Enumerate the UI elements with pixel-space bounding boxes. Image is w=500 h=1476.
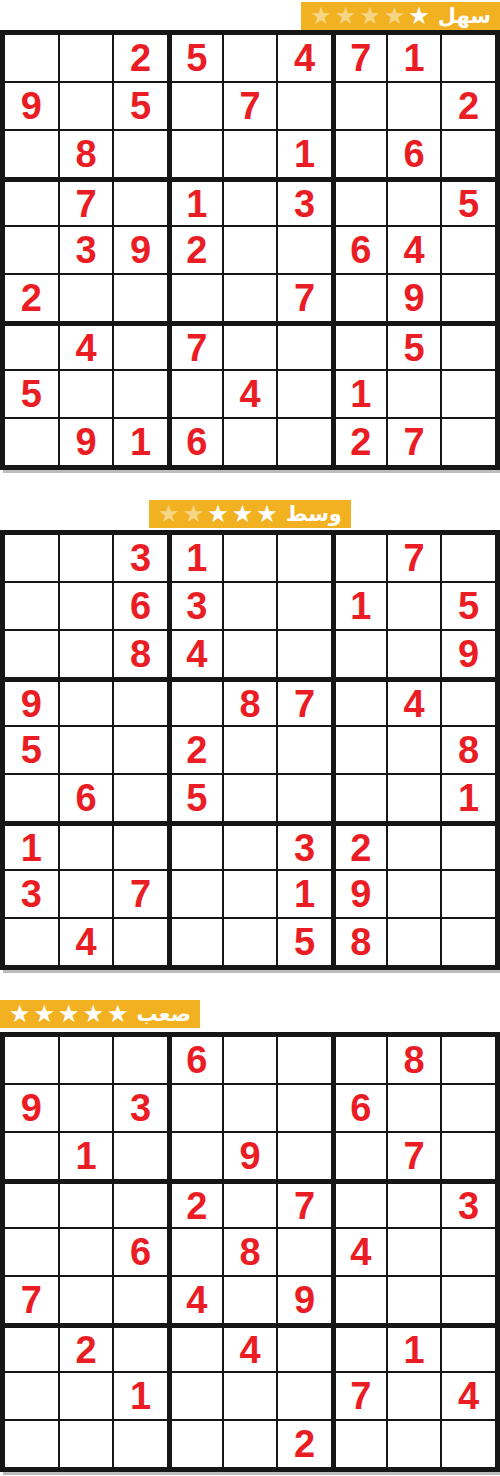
sudoku-cell-r2c2: [60, 83, 113, 129]
sudoku-cell-r1c9: [442, 535, 495, 581]
sudoku-cell-r1c1: [5, 535, 58, 581]
sudoku-cell-r8c5: [224, 1373, 277, 1419]
difficulty-banner-medium: وسط ★★★★★: [149, 500, 351, 528]
sudoku-cell-r5c1: 5: [5, 727, 58, 773]
sudoku-cell-r7c4: [169, 823, 222, 869]
sudoku-cell-r8c8: [388, 871, 441, 917]
sudoku-cell-r5c5: [224, 727, 277, 773]
sudoku-cell-r5c9: 8: [442, 727, 495, 773]
sudoku-cell-r7c6: 3: [278, 823, 331, 869]
sudoku-cell-r5c6: [278, 727, 331, 773]
sudoku-cell-r7c9: [442, 1325, 495, 1371]
sudoku-cell-r2c4: [169, 83, 222, 129]
sudoku-cell-r3c9: [442, 131, 495, 177]
sudoku-cell-r5c9: [442, 1229, 495, 1275]
sudoku-cell-r3c7: [333, 1133, 386, 1179]
sudoku-cell-r3c6: 1: [278, 131, 331, 177]
sudoku-cell-r3c8: 6: [388, 131, 441, 177]
sudoku-cell-r8c2: [60, 371, 113, 417]
sudoku-cell-r8c6: [278, 1373, 331, 1419]
sudoku-cell-r3c5: [224, 631, 277, 677]
sudoku-cell-r2c8: [388, 583, 441, 629]
sudoku-cell-r7c3: [114, 1325, 167, 1371]
sudoku-cell-r1c2: [60, 1037, 113, 1083]
sudoku-cell-r9c1: [5, 1421, 58, 1467]
sudoku-cell-r8c2: [60, 1373, 113, 1419]
sudoku-cell-r5c2: [60, 1229, 113, 1275]
sudoku-cell-r7c4: 7: [169, 323, 222, 369]
difficulty-label-medium: وسط: [286, 504, 342, 525]
banner-row-medium: وسط ★★★★★: [0, 500, 500, 528]
sudoku-cell-r8c8: [388, 371, 441, 417]
sudoku-cell-r6c2: [60, 275, 113, 321]
sudoku-cell-r5c3: 9: [114, 227, 167, 273]
sudoku-cell-r9c8: [388, 919, 441, 965]
sudoku-cell-r8c5: 4: [224, 371, 277, 417]
sudoku-cell-r1c6: [278, 535, 331, 581]
sudoku-cell-r9c7: [333, 1421, 386, 1467]
sudoku-cell-r4c6: 7: [278, 679, 331, 725]
sudoku-cell-r5c8: 4: [388, 227, 441, 273]
sudoku-cell-r8c9: 4: [442, 1373, 495, 1419]
sudoku-cell-r1c6: 4: [278, 35, 331, 81]
sudoku-grid-medium: 317631584998745286511323719458: [0, 530, 500, 970]
sudoku-cell-r6c7: [333, 275, 386, 321]
sudoku-cell-r4c1: 9: [5, 679, 58, 725]
sudoku-cell-r5c3: [114, 727, 167, 773]
star-icon-filled: ★: [207, 502, 229, 526]
sudoku-cell-r8c3: 7: [114, 871, 167, 917]
sudoku-cell-r6c9: 1: [442, 775, 495, 821]
sudoku-cell-r2c8: [388, 83, 441, 129]
sudoku-cell-r9c2: 4: [60, 919, 113, 965]
sudoku-cell-r6c3: [114, 1277, 167, 1323]
sudoku-cell-r5c4: [169, 1229, 222, 1275]
sudoku-cell-r7c1: 1: [5, 823, 58, 869]
sudoku-cell-r1c4: 1: [169, 535, 222, 581]
sudoku-cell-r5c8: [388, 727, 441, 773]
sudoku-cell-r6c1: [5, 775, 58, 821]
spacer: [0, 470, 500, 500]
star-icon-filled: ★: [9, 1002, 31, 1026]
sudoku-cell-r5c6: [278, 227, 331, 273]
sudoku-cell-r5c1: [5, 1229, 58, 1275]
sudoku-cell-r1c5: [224, 535, 277, 581]
sudoku-cell-r6c6: 9: [278, 1277, 331, 1323]
sudoku-cell-r6c1: 7: [5, 1277, 58, 1323]
sudoku-cell-r4c5: 8: [224, 679, 277, 725]
sudoku-cell-r6c7: [333, 1277, 386, 1323]
sudoku-cell-r1c9: [442, 35, 495, 81]
sudoku-cell-r8c4: [169, 871, 222, 917]
star-icon-empty: ★: [183, 502, 205, 526]
sudoku-cell-r7c5: [224, 323, 277, 369]
sudoku-cell-r4c2: 7: [60, 179, 113, 225]
sudoku-cell-r2c7: 1: [333, 583, 386, 629]
sudoku-cell-r9c4: [169, 919, 222, 965]
sudoku-cell-r6c4: 4: [169, 1277, 222, 1323]
sudoku-cell-r2c3: 3: [114, 1085, 167, 1131]
sudoku-cell-r4c8: [388, 1181, 441, 1227]
sudoku-cell-r5c7: 6: [333, 227, 386, 273]
sudoku-cell-r3c1: [5, 1133, 58, 1179]
sudoku-cell-r6c5: [224, 275, 277, 321]
sudoku-cell-r8c3: [114, 371, 167, 417]
difficulty-banner-hard: صعب ★★★★★: [0, 1000, 200, 1028]
sudoku-cell-r1c3: [114, 1037, 167, 1083]
sudoku-cell-r2c4: 3: [169, 583, 222, 629]
sudoku-cell-r2c2: [60, 583, 113, 629]
star-icon-empty: ★: [310, 4, 332, 28]
sudoku-cell-r3c9: [442, 1133, 495, 1179]
sudoku-cell-r9c9: [442, 919, 495, 965]
sudoku-cell-r1c8: 8: [388, 1037, 441, 1083]
star-icon-empty: ★: [158, 502, 180, 526]
sudoku-cell-r4c7: [333, 179, 386, 225]
sudoku-cell-r8c6: [278, 371, 331, 417]
sudoku-cell-r3c1: [5, 131, 58, 177]
sudoku-cell-r7c8: [388, 823, 441, 869]
sudoku-cell-r6c2: [60, 1277, 113, 1323]
sudoku-cell-r4c7: [333, 679, 386, 725]
sudoku-cell-r1c9: [442, 1037, 495, 1083]
sudoku-cell-r8c6: 1: [278, 871, 331, 917]
star-icon-empty: ★: [335, 4, 357, 28]
sudoku-cell-r5c2: [60, 727, 113, 773]
sudoku-cell-r2c5: [224, 583, 277, 629]
sudoku-cell-r3c3: 8: [114, 631, 167, 677]
star-icon-filled: ★: [83, 1002, 105, 1026]
sudoku-cell-r1c8: 1: [388, 35, 441, 81]
sudoku-cell-r5c4: 2: [169, 727, 222, 773]
difficulty-label-hard: صعب: [137, 1004, 191, 1025]
sudoku-cell-r7c8: 1: [388, 1325, 441, 1371]
sudoku-cell-r8c8: [388, 1373, 441, 1419]
sudoku-cell-r5c2: 3: [60, 227, 113, 273]
sudoku-cell-r2c3: 6: [114, 583, 167, 629]
star-icon-filled: ★: [256, 502, 278, 526]
sudoku-cell-r9c4: [169, 1421, 222, 1467]
sudoku-cell-r7c5: [224, 823, 277, 869]
sudoku-cell-r2c7: 6: [333, 1085, 386, 1131]
sudoku-cell-r3c1: [5, 631, 58, 677]
sudoku-cell-r7c6: [278, 1325, 331, 1371]
sudoku-cell-r7c8: 5: [388, 323, 441, 369]
sudoku-cell-r4c3: [114, 679, 167, 725]
sudoku-cell-r9c7: 2: [333, 419, 386, 465]
sudoku-cell-r7c3: [114, 323, 167, 369]
sudoku-page: سهل ★★★★★ 254719572816713539264279475541…: [0, 0, 500, 1476]
sudoku-cell-r2c6: [278, 83, 331, 129]
sudoku-cell-r7c1: [5, 323, 58, 369]
sudoku-cell-r7c1: [5, 1325, 58, 1371]
sudoku-cell-r9c7: 8: [333, 919, 386, 965]
sudoku-cell-r9c6: 5: [278, 919, 331, 965]
sudoku-cell-r4c8: [388, 179, 441, 225]
sudoku-cell-r7c9: [442, 323, 495, 369]
sudoku-cell-r5c7: 4: [333, 1229, 386, 1275]
sudoku-cell-r2c6: [278, 1085, 331, 1131]
sudoku-cell-r3c7: [333, 131, 386, 177]
banner-row-hard: صعب ★★★★★: [0, 1000, 500, 1028]
sudoku-cell-r9c2: 9: [60, 419, 113, 465]
sudoku-cell-r9c3: [114, 1421, 167, 1467]
sudoku-cell-r6c6: 7: [278, 275, 331, 321]
sudoku-cell-r3c6: [278, 1133, 331, 1179]
sudoku-cell-r9c9: [442, 419, 495, 465]
sudoku-cell-r1c8: 7: [388, 535, 441, 581]
sudoku-cell-r9c1: [5, 919, 58, 965]
sudoku-cell-r7c5: 4: [224, 1325, 277, 1371]
sudoku-cell-r7c2: 2: [60, 1325, 113, 1371]
sudoku-cell-r8c7: 1: [333, 371, 386, 417]
sudoku-cell-r6c5: [224, 775, 277, 821]
sudoku-cell-r3c5: 9: [224, 1133, 277, 1179]
sudoku-cell-r9c1: [5, 419, 58, 465]
sudoku-cell-r5c7: [333, 727, 386, 773]
sudoku-cell-r2c5: 7: [224, 83, 277, 129]
sudoku-cell-r9c2: [60, 1421, 113, 1467]
sudoku-cell-r2c1: 9: [5, 1085, 58, 1131]
star-icon-empty: ★: [384, 4, 406, 28]
sudoku-cell-r9c6: 2: [278, 1421, 331, 1467]
sudoku-cell-r3c6: [278, 631, 331, 677]
sudoku-cell-r4c4: [169, 679, 222, 725]
sudoku-cell-r6c9: [442, 275, 495, 321]
sudoku-cell-r4c4: 2: [169, 1181, 222, 1227]
sudoku-cell-r7c6: [278, 323, 331, 369]
sudoku-cell-r1c1: [5, 35, 58, 81]
sudoku-cell-r6c4: 5: [169, 775, 222, 821]
sudoku-cell-r7c2: 4: [60, 323, 113, 369]
sudoku-cell-r5c3: 6: [114, 1229, 167, 1275]
puzzle-easy: سهل ★★★★★ 254719572816713539264279475541…: [0, 2, 500, 470]
sudoku-cell-r9c5: [224, 1421, 277, 1467]
sudoku-cell-r6c3: [114, 275, 167, 321]
star-rating-hard: ★★★★★: [9, 1002, 129, 1026]
sudoku-cell-r4c5: [224, 1181, 277, 1227]
sudoku-cell-r8c1: 3: [5, 871, 58, 917]
spacer: [0, 1472, 500, 1476]
sudoku-cell-r4c1: [5, 179, 58, 225]
sudoku-cell-r3c2: [60, 631, 113, 677]
star-icon-empty: ★: [359, 4, 381, 28]
sudoku-cell-r7c7: [333, 323, 386, 369]
sudoku-cell-r3c5: [224, 131, 277, 177]
sudoku-cell-r2c9: [442, 1085, 495, 1131]
sudoku-cell-r2c8: [388, 1085, 441, 1131]
sudoku-cell-r8c9: [442, 371, 495, 417]
sudoku-cell-r4c3: [114, 179, 167, 225]
sudoku-cell-r9c3: [114, 919, 167, 965]
spacer: [0, 970, 500, 1000]
sudoku-cell-r9c3: 1: [114, 419, 167, 465]
sudoku-grid-easy: 25471957281671353926427947554191627: [0, 30, 500, 470]
star-icon-filled: ★: [58, 1002, 80, 1026]
difficulty-label-easy: سهل: [438, 6, 491, 27]
star-rating-medium: ★★★★★: [158, 502, 278, 526]
sudoku-cell-r1c1: [5, 1037, 58, 1083]
sudoku-cell-r3c3: [114, 131, 167, 177]
sudoku-cell-r1c2: [60, 535, 113, 581]
sudoku-cell-r8c9: [442, 871, 495, 917]
star-icon-filled: ★: [34, 1002, 56, 1026]
sudoku-cell-r7c2: [60, 823, 113, 869]
star-icon-filled: ★: [408, 4, 430, 28]
sudoku-cell-r1c7: [333, 1037, 386, 1083]
sudoku-cell-r3c4: [169, 1133, 222, 1179]
sudoku-cell-r8c1: [5, 1373, 58, 1419]
sudoku-cell-r4c2: [60, 679, 113, 725]
sudoku-cell-r6c4: [169, 275, 222, 321]
sudoku-cell-r9c8: [388, 1421, 441, 1467]
sudoku-cell-r1c5: [224, 1037, 277, 1083]
star-rating-easy: ★★★★★: [310, 4, 430, 28]
sudoku-cell-r2c6: [278, 583, 331, 629]
sudoku-cell-r1c3: 2: [114, 35, 167, 81]
sudoku-cell-r8c7: 7: [333, 1373, 386, 1419]
sudoku-cell-r1c2: [60, 35, 113, 81]
sudoku-cell-r6c8: [388, 1277, 441, 1323]
sudoku-cell-r1c6: [278, 1037, 331, 1083]
sudoku-cell-r6c8: 9: [388, 275, 441, 321]
sudoku-cell-r1c4: 5: [169, 35, 222, 81]
sudoku-cell-r8c4: [169, 1373, 222, 1419]
sudoku-cell-r5c5: 8: [224, 1229, 277, 1275]
sudoku-cell-r3c4: 4: [169, 631, 222, 677]
sudoku-cell-r9c4: 6: [169, 419, 222, 465]
sudoku-cell-r4c6: 3: [278, 179, 331, 225]
sudoku-cell-r6c6: [278, 775, 331, 821]
sudoku-cell-r4c3: [114, 1181, 167, 1227]
sudoku-cell-r1c5: [224, 35, 277, 81]
sudoku-cell-r7c7: 2: [333, 823, 386, 869]
sudoku-cell-r6c3: [114, 775, 167, 821]
sudoku-cell-r4c2: [60, 1181, 113, 1227]
sudoku-cell-r8c2: [60, 871, 113, 917]
sudoku-cell-r9c6: [278, 419, 331, 465]
sudoku-cell-r3c3: [114, 1133, 167, 1179]
sudoku-cell-r1c3: 3: [114, 535, 167, 581]
sudoku-cell-r5c1: [5, 227, 58, 273]
sudoku-cell-r1c7: 7: [333, 35, 386, 81]
sudoku-cell-r8c3: 1: [114, 1373, 167, 1419]
sudoku-cell-r6c5: [224, 1277, 277, 1323]
sudoku-cell-r5c4: 2: [169, 227, 222, 273]
sudoku-cell-r1c7: [333, 535, 386, 581]
sudoku-cell-r5c6: [278, 1229, 331, 1275]
sudoku-cell-r3c7: [333, 631, 386, 677]
sudoku-cell-r4c6: 7: [278, 1181, 331, 1227]
sudoku-cell-r4c9: [442, 679, 495, 725]
sudoku-cell-r9c5: [224, 419, 277, 465]
sudoku-cell-r8c1: 5: [5, 371, 58, 417]
sudoku-cell-r8c5: [224, 871, 277, 917]
sudoku-cell-r7c9: [442, 823, 495, 869]
puzzle-hard: صعب ★★★★★ 689361972736847492411742: [0, 1000, 500, 1472]
sudoku-cell-r8c7: 9: [333, 871, 386, 917]
sudoku-cell-r2c1: [5, 583, 58, 629]
sudoku-cell-r6c7: [333, 775, 386, 821]
sudoku-cell-r3c8: 7: [388, 1133, 441, 1179]
sudoku-cell-r5c5: [224, 227, 277, 273]
sudoku-cell-r2c7: [333, 83, 386, 129]
sudoku-cell-r3c9: 9: [442, 631, 495, 677]
sudoku-cell-r9c8: 7: [388, 419, 441, 465]
sudoku-cell-r4c9: 5: [442, 179, 495, 225]
sudoku-cell-r2c4: [169, 1085, 222, 1131]
sudoku-cell-r4c7: [333, 1181, 386, 1227]
sudoku-grid-hard: 689361972736847492411742: [0, 1032, 500, 1472]
sudoku-cell-r9c5: [224, 919, 277, 965]
sudoku-cell-r2c3: 5: [114, 83, 167, 129]
sudoku-cell-r6c8: [388, 775, 441, 821]
sudoku-cell-r6c2: 6: [60, 775, 113, 821]
sudoku-cell-r3c2: 8: [60, 131, 113, 177]
sudoku-cell-r4c8: 4: [388, 679, 441, 725]
sudoku-cell-r2c9: 5: [442, 583, 495, 629]
sudoku-cell-r2c9: 2: [442, 83, 495, 129]
sudoku-cell-r3c8: [388, 631, 441, 677]
sudoku-cell-r2c5: [224, 1085, 277, 1131]
sudoku-cell-r7c3: [114, 823, 167, 869]
star-icon-filled: ★: [107, 1002, 129, 1026]
sudoku-cell-r2c1: 9: [5, 83, 58, 129]
star-icon-filled: ★: [232, 502, 254, 526]
sudoku-cell-r8c4: [169, 371, 222, 417]
puzzle-medium: وسط ★★★★★ 317631584998745286511323719458: [0, 500, 500, 970]
sudoku-cell-r4c4: 1: [169, 179, 222, 225]
sudoku-cell-r3c2: 1: [60, 1133, 113, 1179]
sudoku-cell-r9c9: [442, 1421, 495, 1467]
banner-row-easy: سهل ★★★★★: [0, 2, 500, 30]
sudoku-cell-r5c9: [442, 227, 495, 273]
sudoku-cell-r2c2: [60, 1085, 113, 1131]
sudoku-cell-r5c8: [388, 1229, 441, 1275]
difficulty-banner-easy: سهل ★★★★★: [301, 2, 500, 30]
sudoku-cell-r7c7: [333, 1325, 386, 1371]
sudoku-cell-r4c9: 3: [442, 1181, 495, 1227]
sudoku-cell-r6c9: [442, 1277, 495, 1323]
sudoku-cell-r7c4: [169, 1325, 222, 1371]
sudoku-cell-r1c4: 6: [169, 1037, 222, 1083]
sudoku-cell-r3c4: [169, 131, 222, 177]
sudoku-cell-r6c1: 2: [5, 275, 58, 321]
sudoku-cell-r4c1: [5, 1181, 58, 1227]
sudoku-cell-r4c5: [224, 179, 277, 225]
